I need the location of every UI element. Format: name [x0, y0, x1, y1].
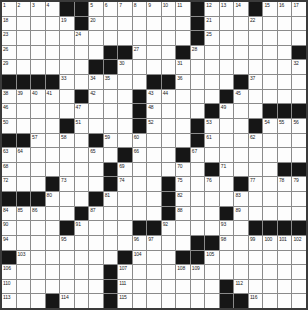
white-cell[interactable] — [89, 294, 103, 308]
white-cell[interactable] — [263, 265, 277, 279]
white-cell[interactable] — [147, 17, 161, 31]
white-cell[interactable] — [60, 163, 74, 177]
white-cell[interactable] — [249, 31, 263, 45]
white-cell[interactable] — [31, 104, 45, 118]
white-cell[interactable] — [104, 221, 118, 235]
white-cell[interactable]: 102 — [292, 236, 306, 250]
white-cell[interactable] — [46, 134, 60, 148]
white-cell[interactable]: 96 — [133, 236, 147, 250]
white-cell[interactable] — [278, 280, 292, 294]
white-cell[interactable] — [278, 75, 292, 89]
white-cell[interactable] — [176, 221, 190, 235]
white-cell[interactable] — [176, 104, 190, 118]
white-cell[interactable] — [292, 280, 306, 294]
white-cell[interactable] — [46, 119, 60, 133]
white-cell[interactable]: 115 — [118, 294, 132, 308]
white-cell[interactable] — [220, 134, 234, 148]
white-cell[interactable] — [147, 177, 161, 191]
white-cell[interactable]: 70 — [176, 163, 190, 177]
white-cell[interactable] — [17, 31, 31, 45]
white-cell[interactable] — [191, 192, 205, 206]
white-cell[interactable] — [147, 265, 161, 279]
white-cell[interactable]: 112 — [234, 280, 248, 294]
white-cell[interactable]: 98 — [220, 236, 234, 250]
white-cell[interactable]: 61 — [205, 134, 219, 148]
white-cell[interactable]: 1 — [2, 2, 16, 16]
white-cell[interactable] — [31, 31, 45, 45]
white-cell[interactable] — [278, 90, 292, 104]
white-cell[interactable]: 75 — [176, 177, 190, 191]
white-cell[interactable] — [205, 207, 219, 221]
white-cell[interactable] — [46, 104, 60, 118]
white-cell[interactable] — [176, 280, 190, 294]
white-cell[interactable] — [249, 192, 263, 206]
white-cell[interactable] — [89, 280, 103, 294]
white-cell[interactable] — [263, 17, 277, 31]
white-cell[interactable] — [292, 148, 306, 162]
white-cell[interactable] — [292, 265, 306, 279]
white-cell[interactable] — [147, 60, 161, 74]
white-cell[interactable] — [234, 104, 248, 118]
white-cell[interactable] — [31, 163, 45, 177]
white-cell[interactable]: 100 — [263, 236, 277, 250]
white-cell[interactable] — [263, 46, 277, 60]
white-cell[interactable] — [31, 251, 45, 265]
white-cell[interactable] — [60, 265, 74, 279]
white-cell[interactable] — [60, 60, 74, 74]
white-cell[interactable] — [249, 46, 263, 60]
white-cell[interactable] — [60, 192, 74, 206]
white-cell[interactable] — [205, 90, 219, 104]
white-cell[interactable] — [133, 280, 147, 294]
white-cell[interactable] — [104, 236, 118, 250]
white-cell[interactable]: 27 — [133, 46, 147, 60]
white-cell[interactable] — [278, 46, 292, 60]
white-cell[interactable] — [220, 119, 234, 133]
white-cell[interactable]: 113 — [2, 294, 16, 308]
white-cell[interactable]: 49 — [220, 104, 234, 118]
white-cell[interactable] — [234, 236, 248, 250]
white-cell[interactable] — [133, 177, 147, 191]
white-cell[interactable] — [147, 294, 161, 308]
white-cell[interactable]: 51 — [75, 119, 89, 133]
white-cell[interactable]: 33 — [60, 75, 74, 89]
white-cell[interactable] — [31, 280, 45, 294]
white-cell[interactable]: 81 — [104, 192, 118, 206]
white-cell[interactable] — [133, 192, 147, 206]
white-cell[interactable] — [60, 251, 74, 265]
white-cell[interactable] — [104, 90, 118, 104]
white-cell[interactable] — [118, 75, 132, 89]
white-cell[interactable]: 6 — [104, 2, 118, 16]
white-cell[interactable]: 85 — [17, 207, 31, 221]
white-cell[interactable] — [191, 104, 205, 118]
white-cell[interactable]: 71 — [220, 163, 234, 177]
white-cell[interactable]: 83 — [234, 192, 248, 206]
white-cell[interactable]: 15 — [263, 2, 277, 16]
white-cell[interactable]: 43 — [147, 90, 161, 104]
white-cell[interactable] — [17, 119, 31, 133]
white-cell[interactable] — [205, 148, 219, 162]
white-cell[interactable]: 22 — [249, 17, 263, 31]
white-cell[interactable] — [46, 17, 60, 31]
white-cell[interactable]: 25 — [205, 31, 219, 45]
white-cell[interactable]: 94 — [2, 236, 16, 250]
white-cell[interactable] — [46, 236, 60, 250]
white-cell[interactable]: 107 — [118, 265, 132, 279]
white-cell[interactable]: 79 — [292, 177, 306, 191]
white-cell[interactable] — [60, 104, 74, 118]
white-cell[interactable] — [205, 60, 219, 74]
white-cell[interactable] — [292, 90, 306, 104]
white-cell[interactable] — [46, 60, 60, 74]
white-cell[interactable] — [292, 134, 306, 148]
white-cell[interactable] — [249, 251, 263, 265]
white-cell[interactable]: 37 — [249, 75, 263, 89]
white-cell[interactable] — [220, 31, 234, 45]
white-cell[interactable]: 114 — [60, 294, 74, 308]
white-cell[interactable]: 26 — [2, 46, 16, 60]
white-cell[interactable] — [89, 104, 103, 118]
white-cell[interactable]: 105 — [205, 251, 219, 265]
white-cell[interactable] — [17, 163, 31, 177]
white-cell[interactable]: 32 — [292, 60, 306, 74]
white-cell[interactable]: 80 — [46, 192, 60, 206]
white-cell[interactable] — [75, 251, 89, 265]
white-cell[interactable] — [133, 31, 147, 45]
white-cell[interactable] — [162, 280, 176, 294]
white-cell[interactable] — [104, 17, 118, 31]
white-cell[interactable] — [249, 60, 263, 74]
white-cell[interactable] — [263, 280, 277, 294]
white-cell[interactable] — [234, 60, 248, 74]
white-cell[interactable] — [46, 31, 60, 45]
white-cell[interactable]: 108 — [176, 265, 190, 279]
white-cell[interactable]: 74 — [118, 177, 132, 191]
white-cell[interactable]: 19 — [60, 17, 74, 31]
white-cell[interactable] — [46, 221, 60, 235]
white-cell[interactable] — [162, 119, 176, 133]
white-cell[interactable] — [220, 148, 234, 162]
white-cell[interactable] — [133, 265, 147, 279]
white-cell[interactable] — [17, 221, 31, 235]
white-cell[interactable] — [278, 134, 292, 148]
white-cell[interactable]: 88 — [176, 207, 190, 221]
white-cell[interactable] — [89, 119, 103, 133]
white-cell[interactable] — [278, 17, 292, 31]
white-cell[interactable] — [191, 207, 205, 221]
white-cell[interactable] — [205, 221, 219, 235]
white-cell[interactable]: 57 — [31, 134, 45, 148]
white-cell[interactable] — [220, 17, 234, 31]
white-cell[interactable]: 66 — [133, 148, 147, 162]
white-cell[interactable]: 39 — [17, 90, 31, 104]
white-cell[interactable] — [191, 294, 205, 308]
white-cell[interactable]: 110 — [2, 280, 16, 294]
white-cell[interactable] — [205, 75, 219, 89]
white-cell[interactable] — [104, 104, 118, 118]
white-cell[interactable] — [162, 17, 176, 31]
white-cell[interactable] — [133, 75, 147, 89]
white-cell[interactable] — [31, 60, 45, 74]
white-cell[interactable] — [60, 31, 74, 45]
white-cell[interactable] — [263, 31, 277, 45]
white-cell[interactable] — [278, 148, 292, 162]
white-cell[interactable] — [263, 163, 277, 177]
white-cell[interactable] — [234, 251, 248, 265]
white-cell[interactable] — [89, 265, 103, 279]
white-cell[interactable] — [75, 134, 89, 148]
white-cell[interactable]: 101 — [278, 236, 292, 250]
white-cell[interactable] — [220, 60, 234, 74]
white-cell[interactable]: 45 — [234, 90, 248, 104]
white-cell[interactable] — [147, 148, 161, 162]
white-cell[interactable]: 103 — [17, 251, 31, 265]
white-cell[interactable] — [278, 265, 292, 279]
white-cell[interactable] — [263, 60, 277, 74]
white-cell[interactable] — [60, 148, 74, 162]
white-cell[interactable]: 12 — [205, 2, 219, 16]
white-cell[interactable] — [118, 104, 132, 118]
white-cell[interactable] — [234, 265, 248, 279]
white-cell[interactable]: 54 — [263, 119, 277, 133]
white-cell[interactable] — [162, 251, 176, 265]
white-cell[interactable]: 17 — [292, 2, 306, 16]
white-cell[interactable]: 52 — [147, 119, 161, 133]
white-cell[interactable] — [220, 265, 234, 279]
white-cell[interactable] — [118, 17, 132, 31]
white-cell[interactable]: 31 — [176, 60, 190, 74]
white-cell[interactable] — [89, 251, 103, 265]
white-cell[interactable] — [147, 192, 161, 206]
white-cell[interactable]: 65 — [89, 148, 103, 162]
white-cell[interactable] — [104, 207, 118, 221]
white-cell[interactable] — [118, 134, 132, 148]
white-cell[interactable]: 50 — [2, 119, 16, 133]
white-cell[interactable]: 34 — [89, 75, 103, 89]
white-cell[interactable]: 55 — [278, 119, 292, 133]
white-cell[interactable] — [292, 192, 306, 206]
white-cell[interactable] — [60, 280, 74, 294]
white-cell[interactable] — [17, 280, 31, 294]
white-cell[interactable] — [176, 236, 190, 250]
white-cell[interactable]: 58 — [60, 134, 74, 148]
white-cell[interactable] — [263, 294, 277, 308]
white-cell[interactable] — [75, 60, 89, 74]
white-cell[interactable] — [147, 46, 161, 60]
white-cell[interactable] — [17, 265, 31, 279]
white-cell[interactable]: 72 — [2, 177, 16, 191]
white-cell[interactable] — [292, 75, 306, 89]
white-cell[interactable] — [89, 236, 103, 250]
white-cell[interactable]: 116 — [249, 294, 263, 308]
white-cell[interactable] — [176, 31, 190, 45]
white-cell[interactable] — [263, 251, 277, 265]
white-cell[interactable] — [234, 17, 248, 31]
white-cell[interactable]: 84 — [2, 207, 16, 221]
white-cell[interactable] — [162, 148, 176, 162]
white-cell[interactable] — [75, 280, 89, 294]
white-cell[interactable]: 89 — [234, 207, 248, 221]
white-cell[interactable]: 30 — [118, 60, 132, 74]
white-cell[interactable] — [278, 31, 292, 45]
white-cell[interactable] — [75, 177, 89, 191]
white-cell[interactable] — [234, 163, 248, 177]
white-cell[interactable] — [46, 207, 60, 221]
white-cell[interactable] — [31, 221, 45, 235]
white-cell[interactable] — [133, 60, 147, 74]
white-cell[interactable] — [234, 148, 248, 162]
white-cell[interactable]: 36 — [176, 75, 190, 89]
white-cell[interactable] — [89, 221, 103, 235]
white-cell[interactable]: 16 — [278, 2, 292, 16]
white-cell[interactable]: 111 — [118, 280, 132, 294]
white-cell[interactable]: 9 — [147, 2, 161, 16]
white-cell[interactable]: 8 — [133, 2, 147, 16]
white-cell[interactable] — [191, 60, 205, 74]
white-cell[interactable] — [118, 90, 132, 104]
white-cell[interactable] — [205, 280, 219, 294]
white-cell[interactable] — [147, 251, 161, 265]
white-cell[interactable]: 64 — [17, 148, 31, 162]
white-cell[interactable]: 90 — [2, 221, 16, 235]
white-cell[interactable] — [17, 17, 31, 31]
white-cell[interactable] — [278, 294, 292, 308]
white-cell[interactable] — [46, 148, 60, 162]
white-cell[interactable]: 56 — [292, 119, 306, 133]
white-cell[interactable]: 7 — [118, 2, 132, 16]
white-cell[interactable]: 63 — [2, 148, 16, 162]
white-cell[interactable] — [118, 236, 132, 250]
white-cell[interactable] — [278, 60, 292, 74]
white-cell[interactable] — [176, 119, 190, 133]
white-cell[interactable] — [263, 192, 277, 206]
white-cell[interactable]: 5 — [89, 2, 103, 16]
white-cell[interactable]: 3 — [31, 2, 45, 16]
white-cell[interactable] — [263, 75, 277, 89]
white-cell[interactable] — [249, 265, 263, 279]
white-cell[interactable] — [162, 60, 176, 74]
white-cell[interactable] — [133, 207, 147, 221]
white-cell[interactable] — [220, 251, 234, 265]
white-cell[interactable]: 11 — [176, 2, 190, 16]
white-cell[interactable] — [176, 90, 190, 104]
white-cell[interactable] — [191, 177, 205, 191]
white-cell[interactable]: 109 — [191, 265, 205, 279]
white-cell[interactable] — [89, 31, 103, 45]
white-cell[interactable]: 68 — [2, 163, 16, 177]
white-cell[interactable] — [31, 46, 45, 60]
white-cell[interactable] — [17, 60, 31, 74]
white-cell[interactable] — [17, 104, 31, 118]
white-cell[interactable] — [147, 207, 161, 221]
white-cell[interactable] — [263, 134, 277, 148]
white-cell[interactable] — [60, 46, 74, 60]
white-cell[interactable] — [263, 177, 277, 191]
white-cell[interactable]: 76 — [205, 177, 219, 191]
white-cell[interactable] — [191, 75, 205, 89]
white-cell[interactable] — [104, 119, 118, 133]
white-cell[interactable] — [162, 163, 176, 177]
white-cell[interactable]: 91 — [75, 221, 89, 235]
white-cell[interactable]: 20 — [89, 17, 103, 31]
white-cell[interactable] — [104, 148, 118, 162]
white-cell[interactable]: 38 — [2, 90, 16, 104]
white-cell[interactable] — [60, 207, 74, 221]
white-cell[interactable]: 69 — [118, 163, 132, 177]
white-cell[interactable]: 23 — [2, 31, 16, 45]
white-cell[interactable] — [46, 251, 60, 265]
white-cell[interactable] — [234, 46, 248, 60]
white-cell[interactable] — [220, 75, 234, 89]
white-cell[interactable] — [205, 192, 219, 206]
white-cell[interactable] — [46, 265, 60, 279]
white-cell[interactable] — [75, 265, 89, 279]
white-cell[interactable]: 104 — [133, 251, 147, 265]
white-cell[interactable] — [191, 90, 205, 104]
white-cell[interactable] — [31, 17, 45, 31]
white-cell[interactable] — [205, 265, 219, 279]
white-cell[interactable]: 87 — [89, 207, 103, 221]
white-cell[interactable] — [17, 294, 31, 308]
white-cell[interactable] — [191, 221, 205, 235]
white-cell[interactable] — [249, 104, 263, 118]
white-cell[interactable] — [118, 207, 132, 221]
white-cell[interactable] — [75, 294, 89, 308]
white-cell[interactable]: 21 — [205, 17, 219, 31]
white-cell[interactable]: 82 — [176, 192, 190, 206]
white-cell[interactable] — [176, 134, 190, 148]
white-cell[interactable] — [118, 31, 132, 45]
white-cell[interactable] — [176, 17, 190, 31]
white-cell[interactable]: 28 — [191, 46, 205, 60]
white-cell[interactable] — [234, 134, 248, 148]
white-cell[interactable]: 92 — [162, 221, 176, 235]
white-cell[interactable] — [133, 17, 147, 31]
white-cell[interactable] — [75, 75, 89, 89]
white-cell[interactable]: 2 — [17, 2, 31, 16]
white-cell[interactable] — [263, 207, 277, 221]
white-cell[interactable] — [162, 46, 176, 60]
white-cell[interactable]: 40 — [31, 90, 45, 104]
white-cell[interactable] — [162, 104, 176, 118]
white-cell[interactable] — [31, 294, 45, 308]
white-cell[interactable] — [249, 207, 263, 221]
white-cell[interactable] — [46, 46, 60, 60]
white-cell[interactable] — [162, 134, 176, 148]
white-cell[interactable] — [162, 31, 176, 45]
white-cell[interactable]: 13 — [220, 2, 234, 16]
white-cell[interactable]: 97 — [147, 236, 161, 250]
white-cell[interactable] — [147, 280, 161, 294]
white-cell[interactable] — [249, 90, 263, 104]
white-cell[interactable] — [46, 280, 60, 294]
white-cell[interactable] — [147, 134, 161, 148]
white-cell[interactable] — [147, 31, 161, 45]
white-cell[interactable] — [104, 31, 118, 45]
white-cell[interactable] — [17, 236, 31, 250]
white-cell[interactable] — [220, 192, 234, 206]
white-cell[interactable] — [118, 192, 132, 206]
white-cell[interactable] — [278, 192, 292, 206]
white-cell[interactable] — [75, 192, 89, 206]
white-cell[interactable] — [263, 90, 277, 104]
white-cell[interactable] — [17, 177, 31, 191]
white-cell[interactable]: 44 — [162, 90, 176, 104]
white-cell[interactable]: 78 — [278, 177, 292, 191]
white-cell[interactable]: 18 — [2, 17, 16, 31]
white-cell[interactable] — [17, 46, 31, 60]
